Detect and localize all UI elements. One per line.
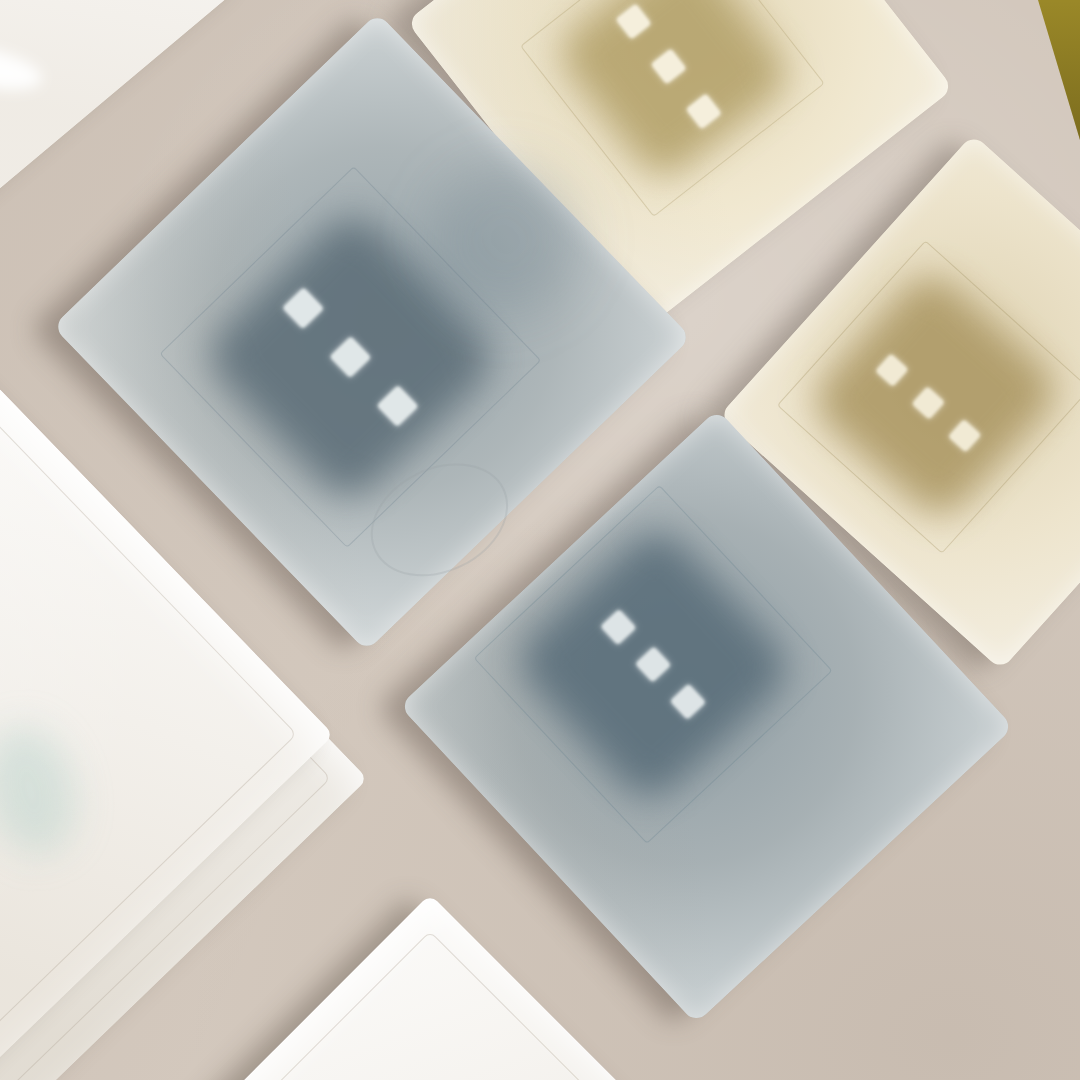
specular-highlight <box>0 36 46 98</box>
table-corner-accent <box>1038 0 1080 140</box>
photo-plates-overhead <box>0 0 1080 1080</box>
